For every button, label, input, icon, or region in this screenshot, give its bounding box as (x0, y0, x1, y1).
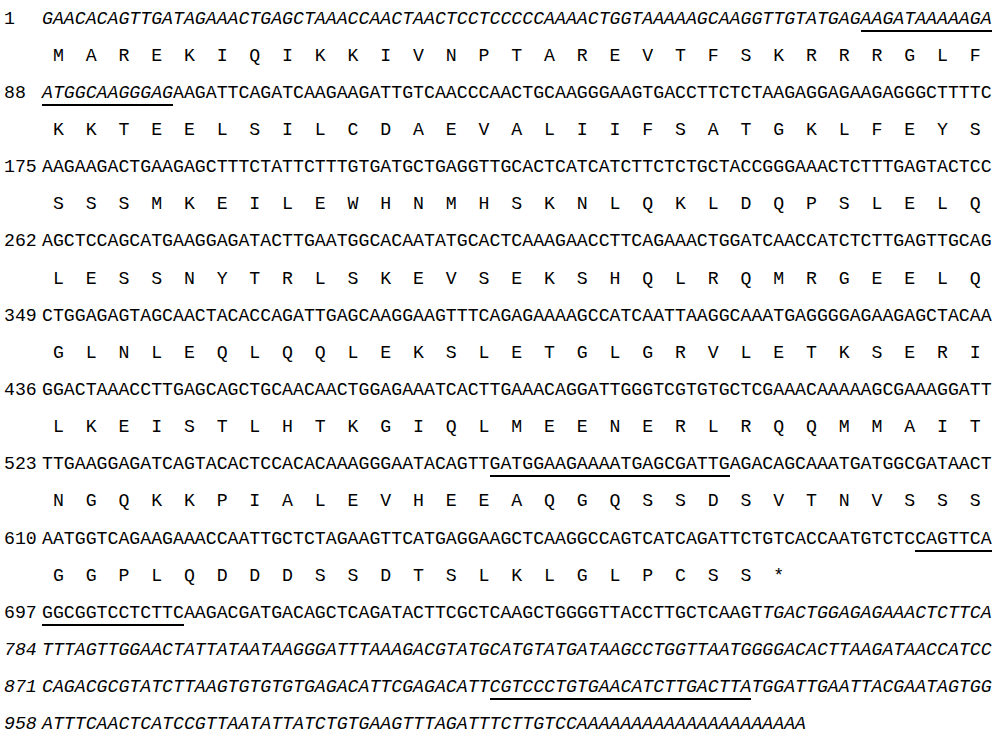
dna-sequence-text: AATGGTCAGAAGAAACCAATTGCTCTAGAAGTTCATGAGG… (42, 529, 992, 549)
utr-italic-segment: TTTAGTTGGAACTATTATAATAAGGGATTTAAAGACGTAT… (42, 640, 992, 660)
amino-acid-row: M A R E K I Q I K K I V N P T A R E V T … (0, 37, 1000, 74)
protein-translation-text: G G P L Q D D D S S D T S L K L G L P C … (42, 566, 784, 586)
nucleotide-row: 1GAACACAGTTGATAGAAACTGAGCTAAACCAACTAACTC… (0, 0, 1000, 37)
amino-acid-row: K K T E E L S I L C D A E V A L I I F S … (0, 111, 1000, 148)
nucleotide-row: 88ATGGCAAGGGAGAAGATTCAGATCAAGAAGATTGTCAA… (0, 74, 1000, 111)
amino-acid-row: G L N L E Q L Q Q L E K S L E T G L G R … (0, 334, 1000, 371)
nucleotide-row: 523TTGAAGGAGATCAGTACACTCCACACAAAGGGAATAC… (0, 446, 1000, 483)
amino-acid-row: G G P L Q D D D S S D T S L K L G L P C … (0, 557, 1000, 594)
protein-translation-text: N G Q K K P I A L E V H E E A Q G Q S S … (42, 491, 981, 511)
primer-underlined-segment: CGTCCCTGTGAACATCTTGACTTA (490, 677, 752, 700)
dna-sequence-text: GAACACAGTTGATAGAAACTGAGCTAAACCAACTAACTCC… (42, 9, 992, 29)
protein-translation-text: L K E I S T L H T K G I Q L M E E N E R … (42, 417, 981, 437)
nucleotide-row: 958ATTTCAACTCATCCGTTAATATTATCTGTGAAGTTTA… (0, 706, 1000, 743)
primer-underlined-segment: AAGATAAAAAGA (861, 9, 992, 32)
coding-segment: AGACAGCAAATGATGGCGATAACT (730, 454, 992, 474)
coding-segment: GGACTAAACCTTGAGCAGCTGCAACAACTGGAGAAATCAC… (42, 380, 992, 400)
dna-sequence-text: GGACTAAACCTTGAGCAGCTGCAACAACTGGAGAAATCAC… (42, 380, 992, 400)
dna-sequence-text: CTGGAGAGTAGCAACTACACCAGATTGAGCAAGGAAGTTT… (42, 306, 992, 326)
position-number: 871 (0, 677, 42, 697)
coding-segment: AAGATTCAGATCAAGAAGATTGTCAACCCAACTGCAAGGG… (173, 83, 992, 103)
dna-sequence-text: TTGAAGGAGATCAGTACACTCCACACAAAGGGAATACAGT… (42, 454, 992, 474)
position-number: 523 (0, 454, 42, 474)
coding-segment: CTGGAGAGTAGCAACTACACCAGATTGAGCAAGGAAGTTT… (42, 306, 992, 326)
nucleotide-row: 175AAGAAGACTGAAGAGCTTTCTATTCTTTGTGATGCTG… (0, 149, 1000, 186)
dna-sequence-text: AGCTCCAGCATGAAGGAGATACTTGAATGGCACAATATGC… (42, 231, 992, 251)
amino-acid-row: L E S S N Y T R L S K E V S E K S H Q L … (0, 260, 1000, 297)
position-number: 88 (0, 83, 42, 103)
nucleotide-row: 610AATGGTCAGAAGAAACCAATTGCTCTAGAAGTTCATG… (0, 520, 1000, 557)
coding-segment: AAGACGATGACAGCTCAGATACTTCGCTCAAGCTGGGGTT… (184, 603, 762, 623)
amino-acid-row: N G Q K K P I A L E V H E E A Q G Q S S … (0, 483, 1000, 520)
protein-translation-text: G L N L E Q L Q Q L E K S L E T G L G R … (42, 343, 981, 363)
primer-underlined-segment: GATGGAAGAAAATGAGCGATTG (490, 454, 730, 477)
utr-italic-segment: TGACTGGAGAGAAACTCTTCA (762, 603, 991, 623)
protein-translation-text: S S S M K E I L E W H N M H S K N L Q K … (42, 194, 981, 214)
primer-underlined-segment: GGCGGTCCTCTTC (42, 603, 184, 626)
dna-sequence-text: ATTTCAACTCATCCGTTAATATTATCTGTGAAGTTTAGAT… (42, 714, 806, 734)
amino-acid-row: S S S M K E I L E W H N M H S K N L Q K … (0, 186, 1000, 223)
position-number: 349 (0, 306, 42, 326)
position-number: 784 (0, 640, 42, 660)
position-number: 1 (0, 9, 42, 29)
position-number: 175 (0, 157, 42, 177)
position-number: 436 (0, 380, 42, 400)
coding-segment: AGCTCCAGCATGAAGGAGATACTTGAATGGCACAATATGC… (42, 231, 992, 251)
nucleotide-row: 697GGCGGTCCTCTTCAAGACGATGACAGCTCAGATACTT… (0, 594, 1000, 631)
nucleotide-row: 349CTGGAGAGTAGCAACTACACCAGATTGAGCAAGGAAG… (0, 297, 1000, 334)
protein-translation-text: L E S S N Y T R L S K E V S E K S H Q L … (42, 269, 981, 289)
utr-italic-segment: ATTTCAACTCATCCGTTAATATTATCTGTGAAGTTTAGAT… (42, 714, 806, 734)
nucleotide-row: 784TTTAGTTGGAACTATTATAATAAGGGATTTAAAGACG… (0, 631, 1000, 668)
protein-translation-text: M A R E K I Q I K K I V N P T A R E V T … (42, 46, 981, 66)
position-number: 697 (0, 603, 42, 623)
primer-underlined-segment: ATGGCAAGGGAG (42, 83, 173, 106)
primer-underlined-segment: CAGTTCA (915, 529, 991, 552)
nucleotide-row: 262AGCTCCAGCATGAAGGAGATACTTGAATGGCACAATA… (0, 223, 1000, 260)
dna-sequence-text: CAGACGCGTATCTTAAGTGTGTGTGAGACATTCGAGACAT… (42, 677, 992, 697)
nucleotide-row: 871CAGACGCGTATCTTAAGTGTGTGTGAGACATTCGAGA… (0, 669, 1000, 706)
dna-sequence-text: ATGGCAAGGGAGAAGATTCAGATCAAGAAGATTGTCAACC… (42, 83, 992, 103)
position-number: 262 (0, 231, 42, 251)
dna-sequence-text: GGCGGTCCTCTTCAAGACGATGACAGCTCAGATACTTCGC… (42, 603, 992, 623)
amino-acid-row: L K E I S T L H T K G I Q L M E E N E R … (0, 409, 1000, 446)
position-number: 610 (0, 529, 42, 549)
utr-italic-segment: TGGATTGAATTACGAATAGTGG (751, 677, 991, 697)
coding-segment: AATGGTCAGAAGAAACCAATTGCTCTAGAAGTTCATGAGG… (42, 529, 915, 549)
utr-italic-segment: CAGACGCGTATCTTAAGTGTGTGTGAGACATTCGAGACAT… (42, 677, 490, 697)
dna-sequence-text: TTTAGTTGGAACTATTATAATAAGGGATTTAAAGACGTAT… (42, 640, 992, 660)
coding-segment: TTGAAGGAGATCAGTACACTCCACACAAAGGGAATACAGT… (42, 454, 490, 474)
utr-italic-segment: GAACACAGTTGATAGAAACTGAGCTAAACCAACTAACTCC… (42, 9, 861, 29)
position-number: 958 (0, 714, 42, 734)
protein-translation-text: K K T E E L S I L C D A E V A L I I F S … (42, 120, 981, 140)
dna-sequence-text: AAGAAGACTGAAGAGCTTTCTATTCTTTGTGATGCTGAGG… (42, 157, 992, 177)
coding-segment: AAGAAGACTGAAGAGCTTTCTATTCTTTGTGATGCTGAGG… (42, 157, 992, 177)
nucleotide-row: 436GGACTAAACCTTGAGCAGCTGCAACAACTGGAGAAAT… (0, 371, 1000, 408)
sequence-figure: 1GAACACAGTTGATAGAAACTGAGCTAAACCAACTAACTC… (0, 0, 1000, 743)
